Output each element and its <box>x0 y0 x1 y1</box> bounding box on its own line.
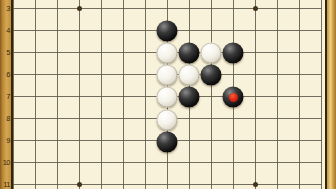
star-point <box>77 182 82 187</box>
grid-line-vertical <box>79 0 80 189</box>
star-point <box>253 6 258 11</box>
black-stone[interactable] <box>157 131 178 152</box>
grid-line-horizontal <box>13 162 322 163</box>
row-label: 5 <box>1 48 10 57</box>
row-label: 8 <box>1 114 10 123</box>
grid-line-vertical <box>211 0 212 189</box>
star-point <box>77 6 82 11</box>
grid-line-vertical <box>101 0 102 189</box>
black-stone[interactable] <box>223 87 244 108</box>
white-stone[interactable] <box>157 43 178 64</box>
last-move-marker <box>229 93 238 102</box>
row-label: 11 <box>1 180 10 189</box>
black-stone[interactable] <box>179 87 200 108</box>
black-stone[interactable] <box>179 43 200 64</box>
grid-line-vertical <box>35 0 36 189</box>
grid-line-horizontal <box>13 184 322 185</box>
grid-line-vertical <box>145 0 146 189</box>
white-stone[interactable] <box>157 87 178 108</box>
white-stone[interactable] <box>157 65 178 86</box>
grid-line-vertical <box>299 0 300 189</box>
row-label: 3 <box>1 4 10 13</box>
black-stone[interactable] <box>223 43 244 64</box>
star-point <box>253 182 258 187</box>
grid-line-horizontal <box>13 8 322 9</box>
row-label: 9 <box>1 136 10 145</box>
row-label: 10 <box>1 158 10 167</box>
row-label: 6 <box>1 70 10 79</box>
grid-line-vertical <box>321 0 322 189</box>
gomoku-board[interactable]: 34567891011 <box>0 0 336 189</box>
row-label: 4 <box>1 26 10 35</box>
grid-line-vertical <box>123 0 124 189</box>
grid-line-vertical <box>57 0 58 189</box>
board-right-frame <box>325 0 336 189</box>
grid-line-vertical <box>255 0 256 189</box>
grid-line-vertical <box>277 0 278 189</box>
white-stone[interactable] <box>157 109 178 130</box>
black-stone[interactable] <box>201 65 222 86</box>
white-stone[interactable] <box>179 65 200 86</box>
row-label: 7 <box>1 92 10 101</box>
white-stone[interactable] <box>201 43 222 64</box>
black-stone[interactable] <box>157 21 178 42</box>
